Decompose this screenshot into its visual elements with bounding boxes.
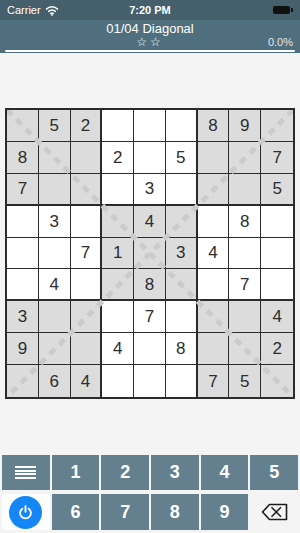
difficulty-stars: ☆☆ <box>0 36 300 48</box>
cell-r7c6[interactable] <box>166 301 198 333</box>
cell-r5c3[interactable]: 7 <box>71 238 103 270</box>
given-digit: 4 <box>81 373 90 390</box>
carrier-label: Carrier <box>7 4 41 16</box>
cell-r1c6[interactable] <box>166 110 198 142</box>
given-digit: 4 <box>49 276 58 293</box>
cell-r6c1[interactable] <box>7 269 39 301</box>
cell-r8c1[interactable]: 9 <box>7 333 39 365</box>
given-digit: 4 <box>113 340 122 357</box>
sudoku-board: 52898257735348713448737494826475 <box>5 108 295 399</box>
cell-r9c9[interactable] <box>261 365 293 397</box>
cell-r8c9[interactable]: 2 <box>261 333 293 365</box>
cell-r8c3[interactable] <box>71 333 103 365</box>
cell-r5c2[interactable] <box>39 238 71 270</box>
cell-r1c9[interactable] <box>261 110 293 142</box>
power-circle <box>9 496 42 529</box>
cell-r7c2[interactable] <box>39 301 71 333</box>
cell-r8c8[interactable] <box>229 333 261 365</box>
cell-r6c3[interactable] <box>71 269 103 301</box>
cell-r3c5[interactable]: 3 <box>134 174 166 206</box>
given-digit: 8 <box>18 149 27 166</box>
number-keypad: 1 2 3 4 5 6 7 8 9 <box>2 455 298 530</box>
cell-r5c4[interactable]: 1 <box>102 238 134 270</box>
cell-r8c2[interactable] <box>39 333 71 365</box>
given-digit: 4 <box>145 213 154 230</box>
given-digit: 8 <box>176 340 185 357</box>
given-digit: 2 <box>272 340 281 357</box>
cell-r1c8[interactable]: 9 <box>229 110 261 142</box>
progress-percent: 0.0% <box>268 36 293 48</box>
cell-r5c1[interactable] <box>7 238 39 270</box>
digit-button-6[interactable]: 6 <box>52 494 100 530</box>
cell-r4c3[interactable] <box>71 206 103 238</box>
digit-button-7[interactable]: 7 <box>101 494 149 530</box>
given-digit: 2 <box>81 117 90 134</box>
cell-r7c1[interactable]: 3 <box>7 301 39 333</box>
cell-r6c5[interactable]: 8 <box>134 269 166 301</box>
cell-r6c6[interactable] <box>166 269 198 301</box>
given-digit: 8 <box>208 117 217 134</box>
cell-r9c3[interactable]: 4 <box>71 365 103 397</box>
cell-r7c8[interactable] <box>229 301 261 333</box>
cell-r6c8[interactable]: 7 <box>229 269 261 301</box>
cell-r6c2[interactable]: 4 <box>39 269 71 301</box>
cell-r4c6[interactable] <box>166 206 198 238</box>
given-digit: 2 <box>113 149 122 166</box>
given-digit: 5 <box>176 149 185 166</box>
battery-nub <box>291 8 293 12</box>
cell-r8c5[interactable] <box>134 333 166 365</box>
given-digit: 7 <box>81 244 90 261</box>
cell-r2c8[interactable] <box>229 142 261 174</box>
digit-button-9[interactable]: 9 <box>201 494 249 530</box>
given-digit: 4 <box>208 244 217 261</box>
given-digit: 7 <box>18 180 27 197</box>
given-digit: 5 <box>240 373 249 390</box>
cell-r4c2[interactable]: 3 <box>39 206 71 238</box>
wifi-icon <box>45 5 59 16</box>
digit-button-3[interactable]: 3 <box>151 455 199 490</box>
given-digit: 3 <box>49 213 58 230</box>
cell-r8c4[interactable]: 4 <box>102 333 134 365</box>
cell-r9c6[interactable] <box>166 365 198 397</box>
cell-r9c5[interactable] <box>134 365 166 397</box>
cell-r4c1[interactable] <box>7 206 39 238</box>
digit-button-2[interactable]: 2 <box>101 455 149 490</box>
cell-r1c5[interactable] <box>134 110 166 142</box>
cell-r4c9[interactable] <box>261 206 293 238</box>
cell-r4c8[interactable]: 8 <box>229 206 261 238</box>
given-digit: 7 <box>208 373 217 390</box>
power-button[interactable] <box>2 494 50 530</box>
cell-r7c7[interactable] <box>198 301 230 333</box>
hamburger-menu-icon <box>15 466 36 479</box>
given-digit: 3 <box>145 180 154 197</box>
cell-r2c2[interactable] <box>39 142 71 174</box>
cell-r9c8[interactable]: 5 <box>229 365 261 397</box>
cell-r3c9[interactable]: 5 <box>261 174 293 206</box>
cell-r9c1[interactable] <box>7 365 39 397</box>
cell-r6c7[interactable] <box>198 269 230 301</box>
cell-r9c7[interactable]: 7 <box>198 365 230 397</box>
digit-button-8[interactable]: 8 <box>151 494 199 530</box>
given-digit: 9 <box>18 340 27 357</box>
given-digit: 9 <box>240 117 249 134</box>
cell-r3c3[interactable] <box>71 174 103 206</box>
cell-r9c2[interactable]: 6 <box>39 365 71 397</box>
cell-r5c7[interactable]: 4 <box>198 238 230 270</box>
cell-r2c1[interactable]: 8 <box>7 142 39 174</box>
given-digit: 7 <box>145 308 154 325</box>
cell-r1c7[interactable]: 8 <box>198 110 230 142</box>
cell-r8c6[interactable]: 8 <box>166 333 198 365</box>
given-digit: 1 <box>113 244 122 261</box>
cell-r5c9[interactable] <box>261 238 293 270</box>
cell-r7c9[interactable]: 4 <box>261 301 293 333</box>
cell-r5c6[interactable]: 3 <box>166 238 198 270</box>
power-icon <box>17 504 34 521</box>
digit-button-4[interactable]: 4 <box>201 455 249 490</box>
cell-r7c5[interactable]: 7 <box>134 301 166 333</box>
nav-header: 01/04 Diagonal ☆☆ 0.0% <box>0 20 300 53</box>
given-digit: 3 <box>18 308 27 325</box>
cell-r8c7[interactable] <box>198 333 230 365</box>
cell-r6c4[interactable] <box>102 269 134 301</box>
cell-r2c4[interactable]: 2 <box>102 142 134 174</box>
backspace-button[interactable] <box>250 494 298 530</box>
cell-r3c2[interactable] <box>39 174 71 206</box>
given-digit: 3 <box>176 244 185 261</box>
sudoku-grid: 52898257735348713448737494826475 <box>7 110 293 397</box>
cell-r6c9[interactable] <box>261 269 293 301</box>
puzzle-title: 01/04 Diagonal <box>0 20 300 36</box>
cell-r3c4[interactable] <box>102 174 134 206</box>
cell-r1c1[interactable] <box>7 110 39 142</box>
digit-button-5[interactable]: 5 <box>250 455 298 490</box>
menu-button[interactable] <box>2 455 50 490</box>
digit-button-1[interactable]: 1 <box>52 455 100 490</box>
cell-r3c6[interactable] <box>166 174 198 206</box>
cell-r3c8[interactable] <box>229 174 261 206</box>
cell-r2c5[interactable] <box>134 142 166 174</box>
cell-r4c7[interactable] <box>198 206 230 238</box>
given-digit: 7 <box>240 276 249 293</box>
progress-bar <box>5 50 295 52</box>
cell-r2c3[interactable] <box>71 142 103 174</box>
battery-icon <box>273 6 293 14</box>
given-digit: 6 <box>49 373 58 390</box>
cell-r4c5[interactable]: 4 <box>134 206 166 238</box>
given-digit: 4 <box>272 308 281 325</box>
cell-r4c4[interactable] <box>102 206 134 238</box>
given-digit: 5 <box>49 117 58 134</box>
given-digit: 7 <box>272 149 281 166</box>
cell-r5c5[interactable] <box>134 238 166 270</box>
cell-r7c3[interactable] <box>71 301 103 333</box>
given-digit: 8 <box>145 276 154 293</box>
cell-r2c6[interactable]: 5 <box>166 142 198 174</box>
cell-r1c4[interactable] <box>102 110 134 142</box>
cell-r3c7[interactable] <box>198 174 230 206</box>
given-digit: 8 <box>240 213 249 230</box>
cell-r1c2[interactable]: 5 <box>39 110 71 142</box>
cell-r3c1[interactable]: 7 <box>7 174 39 206</box>
cell-r2c7[interactable] <box>198 142 230 174</box>
cell-r7c4[interactable] <box>102 301 134 333</box>
cell-r1c3[interactable]: 2 <box>71 110 103 142</box>
cell-r2c9[interactable]: 7 <box>261 142 293 174</box>
cell-r5c8[interactable] <box>229 238 261 270</box>
cell-r9c4[interactable] <box>102 365 134 397</box>
battery-body <box>273 6 290 14</box>
status-bar: Carrier 7:20 PM <box>0 0 300 20</box>
backspace-icon <box>261 503 288 521</box>
given-digit: 5 <box>272 180 281 197</box>
